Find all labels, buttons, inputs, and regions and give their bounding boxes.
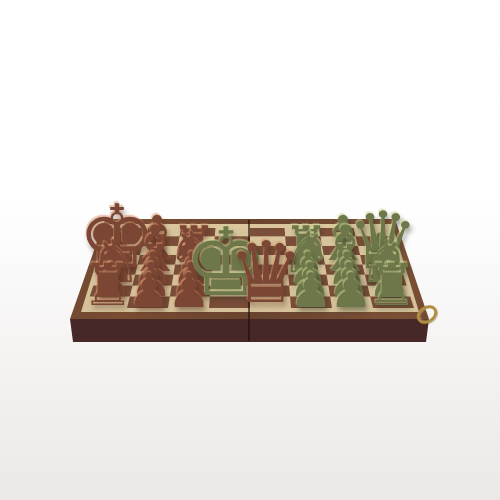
piece-copper-rook-a1: ♜ bbox=[82, 256, 134, 314]
piece-copper-pawn-b1: ♟ bbox=[127, 266, 170, 314]
piece-copper-queen-e1: ♛ bbox=[228, 230, 304, 315]
piece-green-pawn-g1: ♟ bbox=[329, 266, 372, 314]
piece-green-rook-h1: ♜ bbox=[366, 256, 418, 314]
chess-set-photo: ♜♟♟♛♟♟♟♞♟♟♚♝♞♟♝♜♚♜♟♟♟♟♟♞♟♟♛♝♞♟♝♜ bbox=[0, 0, 500, 500]
